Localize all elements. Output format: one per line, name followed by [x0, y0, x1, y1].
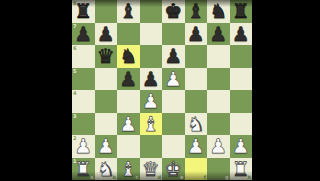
white-pawn-f2[interactable]: ♟ [187, 136, 205, 156]
square-e2[interactable] [162, 135, 185, 158]
square-b5[interactable] [95, 68, 118, 91]
square-g7[interactable]: ♟ [207, 23, 230, 46]
square-c6[interactable]: ♞ [117, 45, 140, 68]
square-b6[interactable]: ♛ [95, 45, 118, 68]
white-bishop-c1[interactable]: ♝ [119, 158, 137, 178]
square-c2[interactable] [117, 135, 140, 158]
square-a8[interactable]: 8♜ [72, 0, 95, 23]
square-b3[interactable] [95, 113, 118, 136]
square-f7[interactable]: ♟ [185, 23, 208, 46]
square-g3[interactable] [207, 113, 230, 136]
white-knight-b1[interactable]: ♞ [97, 158, 115, 178]
square-g6[interactable] [207, 45, 230, 68]
white-bishop-d3[interactable]: ♝ [142, 113, 160, 133]
square-c8[interactable]: ♝ [117, 0, 140, 23]
black-knight-g8[interactable]: ♞ [209, 1, 227, 21]
white-pawn-e5[interactable]: ♟ [164, 68, 182, 88]
square-b8[interactable] [95, 0, 118, 23]
square-d3[interactable]: ♝ [140, 113, 163, 136]
square-c4[interactable] [117, 90, 140, 113]
square-d5[interactable]: ♟ [140, 68, 163, 91]
white-pawn-a2[interactable]: ♟ [74, 136, 92, 156]
rank-label-5: 5 [73, 69, 76, 74]
white-rook-h1[interactable]: ♜ [232, 158, 250, 178]
square-g4[interactable] [207, 90, 230, 113]
black-pawn-e6[interactable]: ♟ [164, 46, 182, 66]
black-rook-h8[interactable]: ♜ [232, 1, 250, 21]
chess-board: 8♜♝♚♝♞♜7♟♟♟♟♟6♛♞♟5♟♟♟4♟3♟♝♞2♟♟♟♟♟1a♜b♞c♝… [72, 0, 252, 180]
square-g5[interactable] [207, 68, 230, 91]
black-pawn-d5[interactable]: ♟ [142, 68, 160, 88]
square-f5[interactable] [185, 68, 208, 91]
white-pawn-c3[interactable]: ♟ [119, 113, 137, 133]
white-queen-d1[interactable]: ♛ [142, 158, 160, 178]
square-d1[interactable]: d♛ [140, 158, 163, 181]
white-knight-f3[interactable]: ♞ [187, 113, 205, 133]
black-knight-c6[interactable]: ♞ [119, 46, 137, 66]
square-h7[interactable]: ♟ [230, 23, 253, 46]
black-bishop-f8[interactable]: ♝ [187, 1, 205, 21]
square-e3[interactable] [162, 113, 185, 136]
square-h5[interactable] [230, 68, 253, 91]
white-king-e1[interactable]: ♚ [164, 158, 182, 178]
square-a3[interactable]: 3 [72, 113, 95, 136]
square-b7[interactable]: ♟ [95, 23, 118, 46]
rank-label-4: 4 [73, 91, 76, 96]
square-h2[interactable]: ♟ [230, 135, 253, 158]
square-a4[interactable]: 4 [72, 90, 95, 113]
file-label-g: g [225, 175, 229, 180]
square-b4[interactable] [95, 90, 118, 113]
square-g8[interactable]: ♞ [207, 0, 230, 23]
black-pawn-f7[interactable]: ♟ [187, 23, 205, 43]
white-pawn-h2[interactable]: ♟ [232, 136, 250, 156]
black-pawn-a7[interactable]: ♟ [74, 23, 92, 43]
square-c7[interactable] [117, 23, 140, 46]
white-pawn-g2[interactable]: ♟ [209, 136, 227, 156]
square-h8[interactable]: ♜ [230, 0, 253, 23]
black-pawn-g7[interactable]: ♟ [209, 23, 227, 43]
square-a1[interactable]: 1a♜ [72, 158, 95, 181]
black-queen-b6[interactable]: ♛ [97, 46, 115, 66]
square-d7[interactable] [140, 23, 163, 46]
square-f4[interactable] [185, 90, 208, 113]
square-f3[interactable]: ♞ [185, 113, 208, 136]
square-d4[interactable]: ♟ [140, 90, 163, 113]
black-bishop-c8[interactable]: ♝ [119, 1, 137, 21]
square-f2[interactable]: ♟ [185, 135, 208, 158]
square-f1[interactable]: f [185, 158, 208, 181]
black-king-e8[interactable]: ♚ [164, 1, 182, 21]
square-c5[interactable]: ♟ [117, 68, 140, 91]
black-pawn-h7[interactable]: ♟ [232, 23, 250, 43]
square-c3[interactable]: ♟ [117, 113, 140, 136]
square-a5[interactable]: 5 [72, 68, 95, 91]
square-e7[interactable] [162, 23, 185, 46]
square-d2[interactable] [140, 135, 163, 158]
square-a6[interactable]: 6 [72, 45, 95, 68]
square-b2[interactable]: ♟ [95, 135, 118, 158]
black-pawn-c5[interactable]: ♟ [119, 68, 137, 88]
black-pawn-b7[interactable]: ♟ [97, 23, 115, 43]
square-g2[interactable]: ♟ [207, 135, 230, 158]
square-b1[interactable]: b♞ [95, 158, 118, 181]
square-c1[interactable]: c♝ [117, 158, 140, 181]
square-e4[interactable] [162, 90, 185, 113]
file-label-f: f [204, 175, 206, 180]
square-a7[interactable]: 7♟ [72, 23, 95, 46]
square-e6[interactable]: ♟ [162, 45, 185, 68]
square-h3[interactable] [230, 113, 253, 136]
rank-label-6: 6 [73, 46, 76, 51]
square-h4[interactable] [230, 90, 253, 113]
square-h1[interactable]: h♜ [230, 158, 253, 181]
square-d6[interactable] [140, 45, 163, 68]
black-rook-a8[interactable]: ♜ [74, 1, 92, 21]
square-e1[interactable]: e♚ [162, 158, 185, 181]
square-e5[interactable]: ♟ [162, 68, 185, 91]
square-d8[interactable] [140, 0, 163, 23]
square-h6[interactable] [230, 45, 253, 68]
letterbox-right [252, 0, 320, 180]
square-e8[interactable]: ♚ [162, 0, 185, 23]
square-f6[interactable] [185, 45, 208, 68]
rank-label-3: 3 [73, 114, 76, 119]
square-f8[interactable]: ♝ [185, 0, 208, 23]
letterbox-left [0, 0, 72, 180]
white-pawn-b2[interactable]: ♟ [97, 136, 115, 156]
white-rook-a1[interactable]: ♜ [74, 158, 92, 178]
square-g1[interactable]: g [207, 158, 230, 181]
square-a2[interactable]: 2♟ [72, 135, 95, 158]
white-pawn-d4[interactable]: ♟ [142, 91, 160, 111]
